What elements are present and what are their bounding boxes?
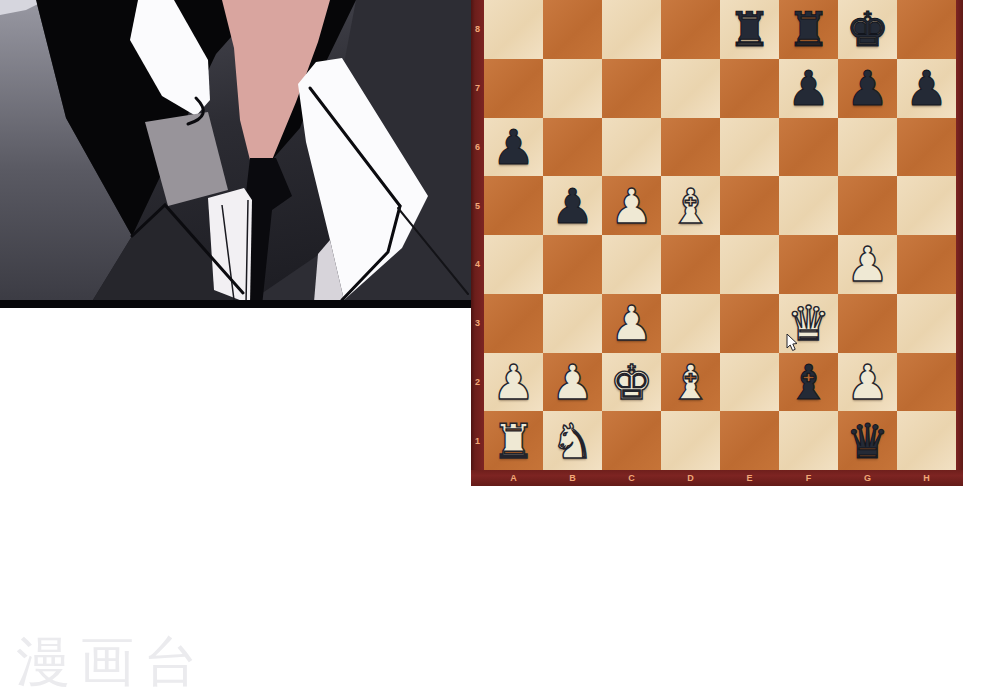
square-h6[interactable]: [897, 118, 956, 177]
square-b4[interactable]: [543, 235, 602, 294]
file-label-b: B: [543, 470, 602, 486]
square-c3[interactable]: ♟: [602, 294, 661, 353]
rank-label-5: 5: [471, 176, 484, 235]
rank-label-6: 6: [471, 118, 484, 177]
panel-bottom-edge: [0, 300, 471, 308]
shirt-front: [208, 188, 252, 304]
square-e7[interactable]: [720, 59, 779, 118]
square-d7[interactable]: [661, 59, 720, 118]
square-b7[interactable]: [543, 59, 602, 118]
board-border-bottom: ABCDEFGH: [471, 470, 963, 486]
square-d8[interactable]: [661, 0, 720, 59]
piece-black-rook[interactable]: ♜: [779, 0, 838, 59]
square-b5[interactable]: ♟: [543, 176, 602, 235]
square-f6[interactable]: [779, 118, 838, 177]
square-a4[interactable]: [484, 235, 543, 294]
board-squares: ♜♜♚♟♟♟♟♟♟♝♟♟♛♟♟♚♝♝♟♜♞♛: [484, 0, 956, 470]
square-b1[interactable]: ♞: [543, 411, 602, 470]
square-h3[interactable]: [897, 294, 956, 353]
square-g2[interactable]: ♟: [838, 353, 897, 412]
rank-label-7: 7: [471, 59, 484, 118]
square-c7[interactable]: [602, 59, 661, 118]
manga-panel: [0, 0, 471, 308]
square-f7[interactable]: ♟: [779, 59, 838, 118]
file-label-h: H: [897, 470, 956, 486]
square-h4[interactable]: [897, 235, 956, 294]
square-d6[interactable]: [661, 118, 720, 177]
rank-label-3: 3: [471, 294, 484, 353]
piece-white-pawn[interactable]: ♟: [602, 294, 661, 353]
piece-black-pawn[interactable]: ♟: [897, 59, 956, 118]
square-c8[interactable]: [602, 0, 661, 59]
square-a8[interactable]: [484, 0, 543, 59]
chess-board: 87654321 ♜♜♚♟♟♟♟♟♟♝♟♟♛♟♟♚♝♝♟♜♞♛ ABCDEFGH: [471, 0, 963, 486]
square-b3[interactable]: [543, 294, 602, 353]
square-b8[interactable]: [543, 0, 602, 59]
square-c6[interactable]: [602, 118, 661, 177]
square-a3[interactable]: [484, 294, 543, 353]
rank-label-4: 4: [471, 235, 484, 294]
manga-artwork: [0, 0, 471, 308]
piece-white-pawn[interactable]: ♟: [602, 176, 661, 235]
square-a5[interactable]: [484, 176, 543, 235]
square-e8[interactable]: ♜: [720, 0, 779, 59]
square-d1[interactable]: [661, 411, 720, 470]
square-a1[interactable]: ♜: [484, 411, 543, 470]
file-label-c: C: [602, 470, 661, 486]
piece-white-rook[interactable]: ♜: [484, 411, 543, 470]
square-e5[interactable]: [720, 176, 779, 235]
square-f5[interactable]: [779, 176, 838, 235]
piece-white-bishop[interactable]: ♝: [661, 176, 720, 235]
file-label-e: E: [720, 470, 779, 486]
file-label-g: G: [838, 470, 897, 486]
square-c2[interactable]: ♚: [602, 353, 661, 412]
square-e4[interactable]: [720, 235, 779, 294]
piece-black-queen[interactable]: ♛: [838, 411, 897, 470]
piece-white-knight[interactable]: ♞: [543, 411, 602, 470]
square-h2[interactable]: [897, 353, 956, 412]
square-f8[interactable]: ♜: [779, 0, 838, 59]
square-g1[interactable]: ♛: [838, 411, 897, 470]
square-h7[interactable]: ♟: [897, 59, 956, 118]
watermark-text: 漫画台: [16, 626, 208, 699]
square-d4[interactable]: [661, 235, 720, 294]
file-label-a: A: [484, 470, 543, 486]
square-e6[interactable]: [720, 118, 779, 177]
piece-black-pawn[interactable]: ♟: [543, 176, 602, 235]
file-label-f: F: [779, 470, 838, 486]
piece-black-bishop[interactable]: ♝: [779, 353, 838, 412]
square-h8[interactable]: [897, 0, 956, 59]
rank-label-2: 2: [471, 353, 484, 412]
square-g8[interactable]: ♚: [838, 0, 897, 59]
square-g3[interactable]: [838, 294, 897, 353]
square-a7[interactable]: [484, 59, 543, 118]
piece-white-pawn[interactable]: ♟: [543, 353, 602, 412]
square-d2[interactable]: ♝: [661, 353, 720, 412]
square-d5[interactable]: ♝: [661, 176, 720, 235]
board-border-left: 87654321: [471, 0, 484, 470]
rank-label-8: 8: [471, 0, 484, 59]
piece-black-pawn[interactable]: ♟: [779, 59, 838, 118]
square-c1[interactable]: [602, 411, 661, 470]
square-e2[interactable]: [720, 353, 779, 412]
square-g6[interactable]: [838, 118, 897, 177]
square-h1[interactable]: [897, 411, 956, 470]
piece-black-pawn[interactable]: ♟: [838, 59, 897, 118]
square-f4[interactable]: [779, 235, 838, 294]
piece-white-bishop[interactable]: ♝: [661, 353, 720, 412]
square-a6[interactable]: ♟: [484, 118, 543, 177]
square-h5[interactable]: [897, 176, 956, 235]
piece-white-pawn[interactable]: ♟: [838, 353, 897, 412]
piece-white-pawn[interactable]: ♟: [484, 353, 543, 412]
square-c4[interactable]: [602, 235, 661, 294]
board-border-right: [956, 0, 963, 470]
mouse-cursor-icon: [786, 334, 800, 352]
file-label-d: D: [661, 470, 720, 486]
square-e3[interactable]: [720, 294, 779, 353]
square-e1[interactable]: [720, 411, 779, 470]
square-g7[interactable]: ♟: [838, 59, 897, 118]
square-b6[interactable]: [543, 118, 602, 177]
square-g5[interactable]: [838, 176, 897, 235]
piece-white-pawn[interactable]: ♟: [838, 235, 897, 294]
square-d3[interactable]: [661, 294, 720, 353]
piece-black-king[interactable]: ♚: [838, 0, 897, 59]
piece-black-rook[interactable]: ♜: [720, 0, 779, 59]
square-f2[interactable]: ♝: [779, 353, 838, 412]
square-f1[interactable]: [779, 411, 838, 470]
piece-white-king[interactable]: ♚: [602, 353, 661, 412]
square-g4[interactable]: ♟: [838, 235, 897, 294]
rank-label-1: 1: [471, 411, 484, 470]
piece-black-pawn[interactable]: ♟: [484, 118, 543, 177]
square-a2[interactable]: ♟: [484, 353, 543, 412]
square-c5[interactable]: ♟: [602, 176, 661, 235]
square-b2[interactable]: ♟: [543, 353, 602, 412]
